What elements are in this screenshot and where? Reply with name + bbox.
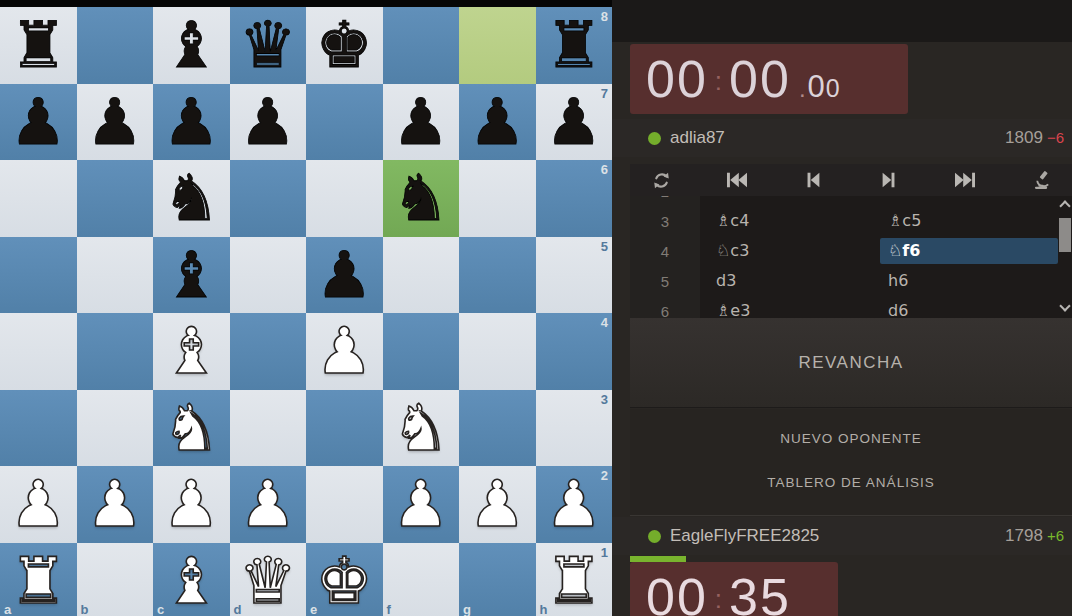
move-row-5: 5d3h6	[630, 266, 1072, 296]
online-dot-icon	[648, 132, 661, 145]
square-a1[interactable]: ♜a	[0, 543, 77, 616]
piece-bP-g7: ♟	[459, 84, 536, 161]
player-bottom-name[interactable]: EagleFlyFREE2825	[670, 526, 819, 546]
piece-bN-c6: ♞	[153, 160, 230, 237]
player-top-name[interactable]: adlia87	[670, 128, 725, 148]
panel-top-strip	[612, 0, 1072, 42]
piece-wK-e1: ♚	[306, 543, 383, 616]
square-e4[interactable]: ♟	[306, 313, 383, 390]
top-black-bar	[0, 0, 612, 7]
move-row-4: 4♘c3♘f6	[630, 236, 1072, 266]
piece-wR-a1: ♜	[0, 543, 77, 616]
square-a4[interactable]	[0, 313, 77, 390]
square-b6[interactable]	[77, 160, 154, 237]
square-c3[interactable]: ♞	[153, 390, 230, 467]
coord-rank-4: 4	[601, 316, 608, 329]
clock-colon: :	[715, 66, 722, 97]
square-b2[interactable]: ♟	[77, 466, 154, 543]
piece-bP-d7: ♟	[230, 84, 307, 161]
game-side-panel: 00:00.00 adlia87 1809 −6	[612, 0, 1072, 616]
replay-navbar	[630, 164, 1072, 196]
skip-last-icon[interactable]	[952, 169, 978, 191]
move-black-4[interactable]: ♘f6	[880, 238, 1058, 264]
square-d7[interactable]: ♟	[230, 84, 307, 161]
clock-top-minutes: 00	[646, 44, 708, 114]
coord-rank-7: 7	[601, 87, 608, 100]
square-h1[interactable]: ♜1h	[536, 543, 613, 616]
clock-bottom-minutes: 00	[646, 562, 708, 616]
square-b4[interactable]	[77, 313, 154, 390]
square-e6[interactable]	[306, 160, 383, 237]
square-h8[interactable]: ♜8	[536, 7, 613, 84]
piece-bK-e8: ♚	[306, 7, 383, 84]
coord-file-c: c	[157, 603, 164, 616]
square-d3[interactable]	[230, 390, 307, 467]
chess-board: ♜♝♛♚♜8♟♟♟♟♟♟♟7♞♞6♝♟5♝♟4♞♞3♟♟♟♟♟♟♟2♜ab♝c♛…	[0, 7, 612, 616]
square-f1[interactable]: f	[383, 543, 460, 616]
move-list-scrollbar[interactable]	[1058, 196, 1072, 318]
player-bottom-rating-diff: +6	[1047, 527, 1064, 544]
piece-bB-c8: ♝	[153, 7, 230, 84]
piece-bP-c7: ♟	[153, 84, 230, 161]
coord-rank-8: 8	[601, 10, 608, 23]
piece-wN-c3: ♞	[153, 390, 230, 467]
move-white-5[interactable]: d3	[700, 268, 880, 294]
move-number-5: 5	[630, 266, 700, 296]
move-list-rows: 2♘f3♘c63♗c4♗c54♘c3♘f65d3h66♗e3d6	[630, 196, 1072, 318]
piece-bP-b7: ♟	[77, 84, 154, 161]
square-h7[interactable]: ♟7	[536, 84, 613, 161]
square-b5[interactable]	[77, 237, 154, 314]
app-window: ♜♝♛♚♜8♟♟♟♟♟♟♟7♞♞6♝♟5♝♟4♞♞3♟♟♟♟♟♟♟2♜ab♝c♛…	[0, 0, 1072, 616]
square-f2[interactable]: ♟	[383, 466, 460, 543]
square-h2[interactable]: ♟2	[536, 466, 613, 543]
online-dot-icon	[648, 530, 661, 543]
piece-wP-d2: ♟	[230, 466, 307, 543]
move-list: 2♘f3♘c63♗c4♗c54♘c3♘f65d3h66♗e3d6	[630, 196, 1072, 318]
square-b3[interactable]	[77, 390, 154, 467]
square-h4[interactable]: 4	[536, 313, 613, 390]
coord-rank-6: 6	[601, 163, 608, 176]
coord-file-h: h	[540, 603, 548, 616]
clock-top-tenths: 0	[808, 69, 826, 105]
square-g5[interactable]	[459, 237, 536, 314]
post-game-buttons: NUEVO OPONENTE TABLERO DE ANÁLISIS	[630, 409, 1072, 516]
square-b7[interactable]: ♟	[77, 84, 154, 161]
move-white-4[interactable]: ♘c3	[700, 238, 880, 264]
move-row-3: 3♗c4♗c5	[630, 206, 1072, 236]
piece-bP-e5: ♟	[306, 237, 383, 314]
coord-rank-3: 3	[601, 393, 608, 406]
move-row-6: 6♗e3d6	[630, 296, 1072, 318]
square-g2[interactable]: ♟	[459, 466, 536, 543]
player-bottom-row: EagleFlyFREE2825 1798 +6	[612, 517, 1072, 555]
piece-wP-g2: ♟	[459, 466, 536, 543]
move-white-6[interactable]: ♗e3	[700, 298, 880, 318]
analysis-microscope-icon[interactable]	[1028, 169, 1054, 191]
move-black-3[interactable]: ♗c5	[880, 208, 1058, 234]
scroll-down-icon[interactable]	[1059, 300, 1070, 311]
clock-top: 00:00.00	[630, 44, 908, 114]
square-f7[interactable]: ♟	[383, 84, 460, 161]
coord-file-b: b	[81, 603, 89, 616]
square-g6[interactable]	[459, 160, 536, 237]
coord-file-f: f	[387, 603, 391, 616]
square-h3[interactable]: 3	[536, 390, 613, 467]
player-bottom-rating-group: 1798 +6	[1005, 526, 1064, 546]
square-f4[interactable]	[383, 313, 460, 390]
square-e8[interactable]: ♚	[306, 7, 383, 84]
coord-file-g: g	[463, 603, 471, 616]
piece-bN-f6: ♞	[383, 160, 460, 237]
piece-bB-c5: ♝	[153, 237, 230, 314]
step-back-icon[interactable]	[800, 169, 826, 191]
square-f5[interactable]	[383, 237, 460, 314]
square-d5[interactable]	[230, 237, 307, 314]
player-top-rating: 1809	[1005, 128, 1043, 148]
square-e7[interactable]	[306, 84, 383, 161]
move-number-6: 6	[630, 296, 700, 318]
player-bottom-rating: 1798	[1005, 526, 1043, 546]
piece-wB-c1: ♝	[153, 543, 230, 616]
square-h5[interactable]: 5	[536, 237, 613, 314]
move-white-3[interactable]: ♗c4	[700, 208, 880, 234]
piece-bP-f7: ♟	[383, 84, 460, 161]
coord-file-d: d	[234, 603, 242, 616]
coord-file-e: e	[310, 603, 317, 616]
square-g8[interactable]	[459, 7, 536, 84]
player-top-rating-group: 1809 −6	[1005, 128, 1064, 148]
piece-wN-f3: ♞	[383, 390, 460, 467]
square-g7[interactable]: ♟	[459, 84, 536, 161]
square-c4[interactable]: ♝	[153, 313, 230, 390]
move-number-4: 4	[630, 236, 700, 266]
square-f8[interactable]	[383, 7, 460, 84]
square-d8[interactable]: ♛	[230, 7, 307, 84]
scroll-up-icon[interactable]	[1059, 200, 1070, 211]
square-g4[interactable]	[459, 313, 536, 390]
square-c7[interactable]: ♟	[153, 84, 230, 161]
rematch-button[interactable]: REVANCHA	[630, 318, 1072, 408]
square-d6[interactable]	[230, 160, 307, 237]
move-black-5[interactable]: h6	[880, 268, 1058, 294]
analysis-board-button[interactable]: TABLERO DE ANÁLISIS	[630, 462, 1072, 502]
coord-file-a: a	[4, 603, 11, 616]
square-f6[interactable]: ♞	[383, 160, 460, 237]
square-h6[interactable]: 6	[536, 160, 613, 237]
clock-colon: :	[715, 584, 722, 615]
square-c1[interactable]: ♝c	[153, 543, 230, 616]
skip-first-icon[interactable]	[724, 169, 750, 191]
square-e3[interactable]	[306, 390, 383, 467]
move-black-2[interactable]: ♘c6	[880, 196, 1058, 204]
move-number-3: 3	[630, 206, 700, 236]
square-g3[interactable]	[459, 390, 536, 467]
move-white-2[interactable]: ♘f3	[700, 196, 880, 204]
piece-wP-b2: ♟	[77, 466, 154, 543]
square-a7[interactable]: ♟	[0, 84, 77, 161]
new-opponent-button[interactable]: NUEVO OPONENTE	[630, 418, 1072, 458]
coord-rank-5: 5	[601, 240, 608, 253]
piece-wP-e4: ♟	[306, 313, 383, 390]
clock-bottom-seconds: 35	[729, 562, 791, 616]
player-top-row: adlia87 1809 −6	[612, 119, 1072, 157]
square-g1[interactable]: g	[459, 543, 536, 616]
coord-rank-2: 2	[601, 469, 608, 482]
square-e1[interactable]: ♚e	[306, 543, 383, 616]
rematch-label: REVANCHA	[798, 353, 903, 373]
coord-rank-1: 1	[601, 546, 608, 559]
scrollbar-thumb[interactable]	[1059, 218, 1071, 252]
square-e2[interactable]	[306, 466, 383, 543]
square-c2[interactable]: ♟	[153, 466, 230, 543]
clock-decimal-dot: .	[799, 75, 806, 103]
square-a5[interactable]	[0, 237, 77, 314]
square-e5[interactable]: ♟	[306, 237, 383, 314]
square-c6[interactable]: ♞	[153, 160, 230, 237]
piece-wP-c2: ♟	[153, 466, 230, 543]
clock-top-seconds: 00	[729, 44, 791, 114]
square-a6[interactable]	[0, 160, 77, 237]
square-d1[interactable]: ♛d	[230, 543, 307, 616]
piece-wP-f2: ♟	[383, 466, 460, 543]
square-b1[interactable]: b	[77, 543, 154, 616]
move-row-2: 2♘f3♘c6	[630, 196, 1072, 206]
square-d4[interactable]	[230, 313, 307, 390]
piece-wP-a2: ♟	[0, 466, 77, 543]
piece-bQ-d8: ♛	[230, 7, 307, 84]
square-a2[interactable]: ♟	[0, 466, 77, 543]
cycle-icon[interactable]	[648, 169, 674, 191]
square-d2[interactable]: ♟	[230, 466, 307, 543]
player-top-rating-diff: −6	[1047, 129, 1064, 146]
square-c5[interactable]: ♝	[153, 237, 230, 314]
move-black-6[interactable]: d6	[880, 298, 1058, 318]
piece-wB-c4: ♝	[153, 313, 230, 390]
move-number-2: 2	[630, 196, 700, 206]
square-f3[interactable]: ♞	[383, 390, 460, 467]
clock-top-hundredths: 0	[826, 74, 840, 103]
square-b8[interactable]	[77, 7, 154, 84]
piece-bR-a8: ♜	[0, 7, 77, 84]
piece-bP-a7: ♟	[0, 84, 77, 161]
square-c8[interactable]: ♝	[153, 7, 230, 84]
step-forward-icon[interactable]	[876, 169, 902, 191]
clock-bottom: 00:35	[630, 562, 838, 616]
square-a3[interactable]	[0, 390, 77, 467]
square-a8[interactable]: ♜	[0, 7, 77, 84]
